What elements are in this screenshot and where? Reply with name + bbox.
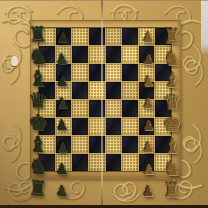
piece-glyph: ♟ bbox=[142, 51, 156, 66]
piece-left-pawn-d7[interactable]: ♟ bbox=[55, 92, 70, 113]
piece-glyph: ♟ bbox=[56, 51, 70, 66]
piece-glyph: ♟ bbox=[142, 162, 155, 176]
piece-left-bishop-c8[interactable]: ♝ bbox=[29, 69, 48, 90]
piece-right-rook-h1[interactable]: ♜ bbox=[163, 179, 181, 200]
piece-glyph: ♟ bbox=[142, 73, 156, 88]
piece-glyph: ♝ bbox=[162, 69, 181, 90]
piece-glyph: ♞ bbox=[163, 47, 182, 68]
photo-top-edge bbox=[0, 0, 208, 1]
piece-right-pawn-d2[interactable]: ♟ bbox=[141, 92, 156, 113]
piece-right-bishop-f1[interactable]: ♝ bbox=[163, 135, 181, 156]
piece-glyph: ♚ bbox=[29, 113, 48, 134]
piece-glyph: ♝ bbox=[29, 135, 48, 156]
piece-glyph: ♜ bbox=[28, 179, 48, 201]
piece-glyph: ♜ bbox=[163, 180, 181, 200]
piece-glyph: ♟ bbox=[142, 29, 155, 44]
piece-left-rook-h8[interactable]: ♜ bbox=[29, 179, 48, 200]
piece-glyph: ♚ bbox=[163, 113, 182, 134]
piece-glyph: ♟ bbox=[56, 73, 69, 88]
piece-glyph: ♟ bbox=[142, 95, 155, 110]
piece-glyph: ♞ bbox=[29, 157, 49, 179]
piece-right-pawn-g2[interactable]: ♟ bbox=[141, 158, 156, 179]
piece-left-pawn-g7[interactable]: ♟ bbox=[55, 158, 70, 179]
piece-left-king-e8[interactable]: ♚ bbox=[29, 113, 48, 134]
piece-glyph: ♞ bbox=[28, 47, 48, 69]
piece-left-pawn-a7[interactable]: ♟ bbox=[55, 26, 70, 47]
piece-left-pawn-f7[interactable]: ♟ bbox=[55, 136, 70, 157]
piece-glyph: ♟ bbox=[56, 29, 70, 44]
piece-right-bishop-c1[interactable]: ♝ bbox=[163, 69, 181, 90]
piece-right-knight-g1[interactable]: ♞ bbox=[163, 157, 181, 178]
piece-right-pawn-c2[interactable]: ♟ bbox=[141, 70, 156, 91]
piece-right-pawn-e2[interactable]: ♟ bbox=[141, 114, 156, 135]
piece-left-queen-d8[interactable]: ♛ bbox=[29, 91, 48, 112]
piece-right-pawn-b2[interactable]: ♟ bbox=[141, 48, 156, 69]
photo-bottom-shadow bbox=[0, 205, 208, 208]
piece-right-knight-b1[interactable]: ♞ bbox=[163, 47, 181, 68]
piece-glyph: ♛ bbox=[162, 91, 181, 112]
piece-glyph: ♝ bbox=[163, 135, 182, 156]
piece-right-pawn-a2[interactable]: ♟ bbox=[141, 26, 156, 47]
chess-set-photo: ♜♞♝♛♚♝♞♜♟♟♟♟♟♟♟♟♟♟♟♟♟♟♟♟♜♞♝♛♚♝♞♜ bbox=[0, 0, 208, 208]
piece-glyph: ♟ bbox=[56, 95, 69, 109]
piece-glyph: ♟ bbox=[56, 117, 69, 131]
piece-glyph: ♟ bbox=[56, 183, 69, 197]
piece-glyph: ♟ bbox=[142, 117, 155, 131]
piece-right-rook-a1[interactable]: ♜ bbox=[163, 25, 181, 46]
piece-left-pawn-c7[interactable]: ♟ bbox=[55, 70, 70, 91]
piece-left-pawn-h7[interactable]: ♟ bbox=[55, 180, 70, 201]
piece-glyph: ♞ bbox=[163, 157, 181, 177]
piece-left-knight-b8[interactable]: ♞ bbox=[29, 47, 48, 68]
piece-glyph: ♜ bbox=[28, 24, 48, 46]
piece-glyph: ♛ bbox=[29, 91, 48, 112]
piece-glyph: ♝ bbox=[29, 69, 49, 91]
piece-layer: ♜♞♝♛♚♝♞♜♟♟♟♟♟♟♟♟♟♟♟♟♟♟♟♟♜♞♝♛♚♝♞♜ bbox=[38, 27, 172, 172]
piece-glyph: ♟ bbox=[56, 140, 69, 154]
piece-glyph: ♜ bbox=[163, 25, 182, 46]
piece-right-king-e1[interactable]: ♚ bbox=[163, 113, 181, 134]
piece-right-queen-d1[interactable]: ♛ bbox=[163, 91, 181, 112]
piece-left-rook-a8[interactable]: ♜ bbox=[29, 25, 48, 46]
background-table-strip bbox=[201, 0, 208, 55]
piece-glyph: ♟ bbox=[56, 161, 69, 175]
piece-left-bishop-f8[interactable]: ♝ bbox=[29, 135, 48, 156]
piece-left-knight-g8[interactable]: ♞ bbox=[29, 157, 48, 178]
piece-left-pawn-b7[interactable]: ♟ bbox=[55, 48, 70, 69]
piece-glyph: ♟ bbox=[142, 183, 155, 197]
piece-right-pawn-f2[interactable]: ♟ bbox=[141, 136, 156, 157]
light-piece-detail bbox=[11, 56, 18, 66]
piece-left-pawn-e7[interactable]: ♟ bbox=[55, 114, 70, 135]
piece-glyph: ♟ bbox=[142, 139, 155, 153]
piece-right-pawn-h2[interactable]: ♟ bbox=[141, 180, 156, 201]
